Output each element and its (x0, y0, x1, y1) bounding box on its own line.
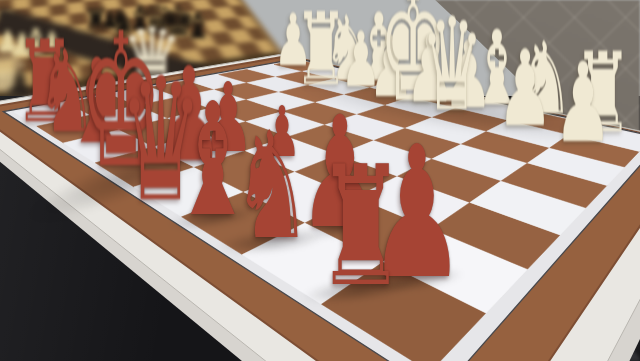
red-rook-a1: ♜ (316, 144, 405, 310)
pieces-layer: ♟♞♝♜♟♟♚♟♝♟♛♞♜♟♜♞♟♝♟♟♟♚♛♝♟♞♟♜ (0, 0, 640, 361)
cream-pawn-c7: ♟ (497, 37, 553, 142)
chessboard-photo: ♜♟♞♝♛♚♝♟♟♝♟♛♟♜♛ ♟♞♝♜♟♟♚♟♝♟♛♞♜♟♜♞♟♝♟♟♟♚♛♝… (0, 0, 640, 361)
cream-pawn-b7: ♟ (553, 48, 612, 158)
red-knight-b1: ♞ (232, 112, 312, 260)
